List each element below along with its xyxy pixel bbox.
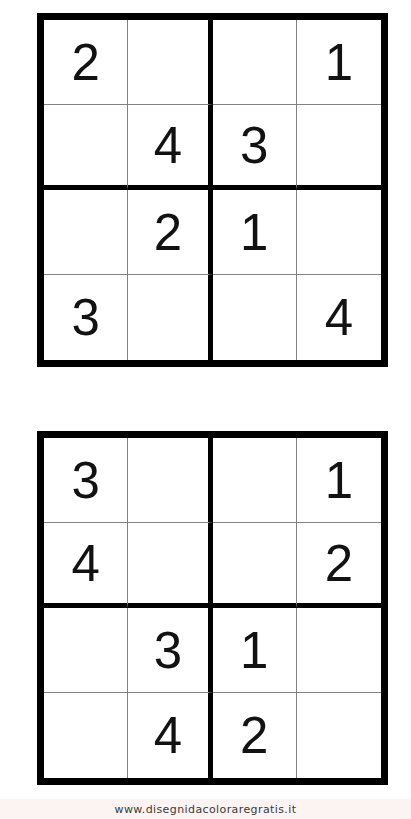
- page: 2 1 4 3 2 1 3 4 3 1 4 2 3 1 4 2: [0, 0, 411, 819]
- bottom-cell-r4c4[interactable]: [297, 693, 381, 778]
- bottom-cell-r1c2[interactable]: [128, 438, 212, 523]
- bottom-cell-r2c2[interactable]: [128, 523, 212, 608]
- top-cell-r2c4[interactable]: [297, 105, 381, 190]
- bottom-cell-r1c4[interactable]: 1: [297, 438, 381, 523]
- top-cell-r2c3[interactable]: 3: [213, 105, 297, 190]
- sudoku-board-top: 2 1 4 3 2 1 3 4: [37, 13, 388, 367]
- bottom-cell-r3c2[interactable]: 3: [128, 608, 212, 693]
- top-cell-r2c2[interactable]: 4: [128, 105, 212, 190]
- top-cell-r4c3[interactable]: [213, 275, 297, 360]
- top-cell-r1c2[interactable]: [128, 20, 212, 105]
- bottom-cell-r4c2[interactable]: 4: [128, 693, 212, 778]
- bottom-cell-r1c1[interactable]: 3: [44, 438, 128, 523]
- top-cell-r1c1[interactable]: 2: [44, 20, 128, 105]
- bottom-cell-r3c4[interactable]: [297, 608, 381, 693]
- watermark-url: www.disegnidacoloraregratis.it: [115, 803, 297, 816]
- bottom-cell-r1c3[interactable]: [213, 438, 297, 523]
- bottom-cell-r3c1[interactable]: [44, 608, 128, 693]
- bottom-cell-r2c1[interactable]: 4: [44, 523, 128, 608]
- bottom-cell-r2c3[interactable]: [213, 523, 297, 608]
- top-cell-r4c4[interactable]: 4: [297, 275, 381, 360]
- top-cell-r3c1[interactable]: [44, 190, 128, 275]
- top-cell-r3c2[interactable]: 2: [128, 190, 212, 275]
- top-cell-r4c1[interactable]: 3: [44, 275, 128, 360]
- top-cell-r1c4[interactable]: 1: [297, 20, 381, 105]
- bottom-cell-r4c1[interactable]: [44, 693, 128, 778]
- top-cell-r3c3[interactable]: 1: [213, 190, 297, 275]
- bottom-cell-r3c3[interactable]: 1: [213, 608, 297, 693]
- bottom-cell-r4c3[interactable]: 2: [213, 693, 297, 778]
- top-cell-r3c4[interactable]: [297, 190, 381, 275]
- top-cell-r2c1[interactable]: [44, 105, 128, 190]
- bottom-cell-r2c4[interactable]: 2: [297, 523, 381, 608]
- sudoku-board-bottom: 3 1 4 2 3 1 4 2: [37, 431, 388, 785]
- top-cell-r1c3[interactable]: [213, 20, 297, 105]
- top-cell-r4c2[interactable]: [128, 275, 212, 360]
- watermark-strip: www.disegnidacoloraregratis.it: [0, 799, 411, 819]
